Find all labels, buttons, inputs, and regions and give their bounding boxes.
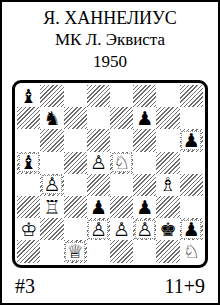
square-a6 bbox=[17, 129, 40, 151]
square-b5 bbox=[40, 152, 63, 174]
black-king-g2: ♚ bbox=[159, 220, 176, 239]
square-e1 bbox=[110, 240, 133, 262]
black-pawn-h2: ♟ bbox=[181, 220, 201, 239]
square-g8 bbox=[156, 85, 179, 107]
square-a4 bbox=[17, 174, 40, 196]
black-knight-b7: ♞ bbox=[44, 109, 61, 128]
diagram-caption: #3 11+9 bbox=[2, 268, 218, 298]
square-a3 bbox=[17, 196, 40, 218]
white-rook-b3: ♖ bbox=[44, 198, 61, 217]
square-b6 bbox=[40, 129, 63, 151]
white-knight-e5: ♘ bbox=[112, 153, 132, 172]
square-e7 bbox=[110, 107, 133, 129]
square-d8 bbox=[87, 85, 110, 107]
white-bishop-g4: ♗ bbox=[159, 175, 176, 194]
square-d5: ♙ bbox=[87, 152, 110, 174]
square-b3: ♖ bbox=[40, 196, 63, 218]
square-h6: ♟ bbox=[180, 129, 203, 151]
square-g5 bbox=[156, 152, 179, 174]
square-e8 bbox=[110, 85, 133, 107]
square-d2: ♙ bbox=[87, 218, 110, 240]
square-f1 bbox=[133, 240, 156, 262]
square-d3: ♟ bbox=[87, 196, 110, 218]
square-f7: ♟ bbox=[133, 107, 156, 129]
white-knight-h1: ♘ bbox=[183, 242, 200, 261]
square-d6 bbox=[87, 129, 110, 151]
square-a1 bbox=[17, 240, 40, 262]
square-c6 bbox=[64, 129, 87, 151]
square-a5: ♝ bbox=[17, 152, 40, 174]
square-c3 bbox=[64, 196, 87, 218]
square-g6 bbox=[156, 129, 179, 151]
diagram-header: Я. ХАННЕЛИУС МК Л. Эквиста 1950 bbox=[2, 2, 218, 73]
white-pawn-f2: ♙ bbox=[135, 220, 155, 239]
material-count: 11+9 bbox=[164, 275, 205, 298]
square-b2 bbox=[40, 218, 63, 240]
white-king-a2: ♔ bbox=[20, 220, 37, 239]
black-bishop-a8: ♝ bbox=[20, 87, 37, 106]
square-e2: ♙ bbox=[110, 218, 133, 240]
black-pawn-f7: ♟ bbox=[136, 109, 153, 128]
problem-diagram-page: Я. ХАННЕЛИУС МК Л. Эквиста 1950 ♝♞♟♟♝♙♘♙… bbox=[0, 0, 220, 305]
square-b8 bbox=[40, 85, 63, 107]
black-bishop-a5: ♝ bbox=[19, 153, 39, 172]
black-pawn-d3: ♟ bbox=[90, 198, 107, 217]
square-g3 bbox=[156, 196, 179, 218]
square-f6 bbox=[133, 129, 156, 151]
square-d4 bbox=[87, 174, 110, 196]
square-f4 bbox=[133, 174, 156, 196]
white-pawn-d5: ♙ bbox=[90, 153, 107, 172]
stipulation-mate-in-3: #3 bbox=[15, 275, 35, 298]
square-a8: ♝ bbox=[17, 85, 40, 107]
square-g1 bbox=[156, 240, 179, 262]
white-pawn-b4: ♙ bbox=[42, 175, 62, 194]
square-h3 bbox=[180, 196, 203, 218]
square-e6 bbox=[110, 129, 133, 151]
square-e4 bbox=[110, 174, 133, 196]
square-e3 bbox=[110, 196, 133, 218]
square-h4 bbox=[180, 174, 203, 196]
chess-board: ♝♞♟♟♝♙♘♙♗♖♟♟♔♙♙♙♚♟♕♘ bbox=[17, 85, 203, 263]
square-h5 bbox=[180, 152, 203, 174]
square-h8 bbox=[180, 85, 203, 107]
square-g4: ♗ bbox=[156, 174, 179, 196]
square-f2: ♙ bbox=[133, 218, 156, 240]
white-pawn-e2: ♙ bbox=[113, 220, 130, 239]
square-c8 bbox=[64, 85, 87, 107]
black-pawn-f3: ♟ bbox=[136, 198, 153, 217]
square-b4: ♙ bbox=[40, 174, 63, 196]
square-h2: ♟ bbox=[180, 218, 203, 240]
square-f8 bbox=[133, 85, 156, 107]
square-f3: ♟ bbox=[133, 196, 156, 218]
square-b1 bbox=[40, 240, 63, 262]
square-g7 bbox=[156, 107, 179, 129]
white-pawn-d2: ♙ bbox=[88, 220, 108, 239]
square-b7: ♞ bbox=[40, 107, 63, 129]
square-a2: ♔ bbox=[17, 218, 40, 240]
year: 1950 bbox=[2, 51, 218, 73]
white-queen-c1: ♕ bbox=[65, 242, 85, 261]
square-h1: ♘ bbox=[180, 240, 203, 262]
square-g2: ♚ bbox=[156, 218, 179, 240]
composer-name: Я. ХАННЕЛИУС bbox=[2, 7, 218, 29]
square-f5 bbox=[133, 152, 156, 174]
square-h7 bbox=[180, 107, 203, 129]
black-pawn-h6: ♟ bbox=[181, 131, 201, 150]
square-c1: ♕ bbox=[64, 240, 87, 262]
square-e5: ♘ bbox=[110, 152, 133, 174]
chess-board-frame: ♝♞♟♟♝♙♘♙♗♖♟♟♔♙♙♙♚♟♕♘ bbox=[12, 80, 208, 268]
square-c5 bbox=[64, 152, 87, 174]
event-name: МК Л. Эквиста bbox=[2, 29, 218, 51]
square-c2 bbox=[64, 218, 87, 240]
square-d1 bbox=[87, 240, 110, 262]
square-c7 bbox=[64, 107, 87, 129]
square-c4 bbox=[64, 174, 87, 196]
square-d7 bbox=[87, 107, 110, 129]
square-a7 bbox=[17, 107, 40, 129]
